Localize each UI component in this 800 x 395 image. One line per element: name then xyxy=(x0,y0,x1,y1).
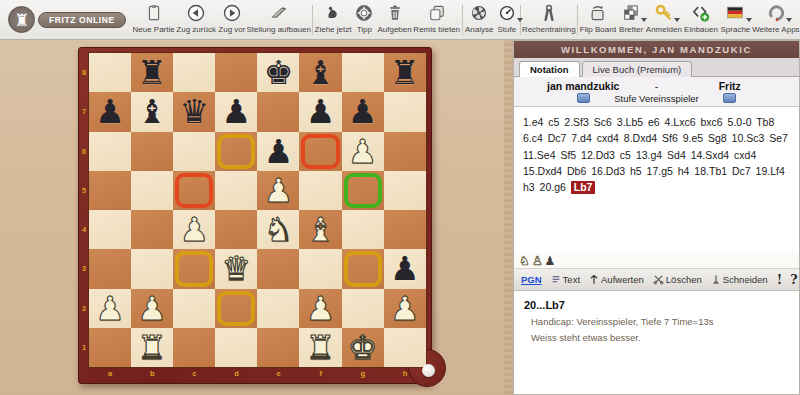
dropdown-caret xyxy=(746,18,752,22)
square-h1[interactable] xyxy=(384,328,426,367)
new-game-button[interactable]: Neue Partie xyxy=(132,3,176,34)
annotation-marks: ! ? !! ?? !? ?! xyxy=(777,272,800,287)
more-apps-button[interactable]: Weitere Apps xyxy=(752,3,800,34)
black-player-name: Fritz xyxy=(667,80,794,92)
square-a6[interactable] xyxy=(89,132,131,171)
square-g5[interactable] xyxy=(342,171,384,210)
black-rook-b8: ♜ xyxy=(131,53,173,92)
square-h7[interactable] xyxy=(384,92,426,131)
notation-panel: WILLKOMMEN, JAN MANDZUKIC Notation Live … xyxy=(513,40,800,395)
cut-button[interactable]: Schneiden xyxy=(711,274,768,285)
square-f7[interactable]: ♟ xyxy=(299,92,341,131)
white-pawn-b2: ♟ xyxy=(131,289,173,328)
square-b4[interactable] xyxy=(131,210,173,249)
calculation-training-icon xyxy=(539,3,559,24)
flip-board-button[interactable]: Flip Board xyxy=(579,3,618,34)
white-king-g1: ♚ xyxy=(342,328,384,367)
square-a1[interactable] xyxy=(89,328,131,367)
panel-tabs: Notation Live Buch (Premium) xyxy=(514,58,799,77)
highlight-d2 xyxy=(217,291,255,326)
white-pawn-g6: ♟ xyxy=(342,132,384,171)
notation-toolbar: PGN Text Aufwerten Löschen Schneiden ! ?… xyxy=(514,269,799,291)
square-h3[interactable]: ♟ xyxy=(384,249,426,288)
square-g2[interactable] xyxy=(342,289,384,328)
square-a2[interactable]: ♟ xyxy=(89,289,131,328)
file-label-e: e xyxy=(258,369,300,381)
square-d7[interactable]: ♟ xyxy=(215,92,257,131)
captured-piece-2: ♟ xyxy=(545,255,556,267)
file-label-g: g xyxy=(342,369,384,381)
captured-pieces-tray: ♘♙♟ xyxy=(514,253,799,269)
panel-splitter[interactable] xyxy=(504,40,513,395)
white-pawn-c4: ♟ xyxy=(173,210,215,249)
square-h5[interactable] xyxy=(384,171,426,210)
black-pawn-h3: ♟ xyxy=(384,249,426,288)
rank-label-3: 3 xyxy=(79,249,89,288)
promote-icon xyxy=(589,274,599,285)
captured-piece-1: ♙ xyxy=(532,255,543,267)
new-game-icon xyxy=(144,3,164,24)
current-move[interactable]: Lb7 xyxy=(571,181,596,194)
white-queen-d3: ♛ xyxy=(215,249,257,288)
rank-label-4: 4 xyxy=(79,210,89,249)
white-knight-e4: ♞ xyxy=(257,210,299,249)
hint-icon xyxy=(354,3,374,24)
square-c2[interactable] xyxy=(173,289,215,328)
square-d5[interactable] xyxy=(215,171,257,210)
black-pawn-g7: ♟ xyxy=(342,92,384,131)
fritz-logo-text: FRITZ ONLINE xyxy=(38,12,126,28)
file-label-b: b xyxy=(131,369,173,381)
delete-button[interactable]: Löschen xyxy=(653,274,702,285)
rank-label-7: 7 xyxy=(79,92,89,131)
dropdown-caret xyxy=(674,18,680,22)
level-icon xyxy=(497,3,517,24)
black-bishop-f8: ♝ xyxy=(299,53,341,92)
black-player-flag-icon[interactable] xyxy=(723,93,736,103)
more-apps-icon xyxy=(766,3,786,24)
square-d8[interactable] xyxy=(215,53,257,92)
file-label-f: f xyxy=(300,369,342,381)
login-button[interactable]: Anmelden xyxy=(645,3,683,34)
square-e3[interactable] xyxy=(257,249,299,288)
delete-icon xyxy=(653,274,664,285)
analysis-button[interactable]: Analyse xyxy=(464,3,495,34)
white-pawn-h2: ♟ xyxy=(384,289,426,328)
mark-good[interactable]: ! xyxy=(777,272,783,287)
file-label-c: c xyxy=(173,369,215,381)
square-e2[interactable] xyxy=(257,289,299,328)
text-button[interactable]: Text xyxy=(551,274,580,285)
mark-mistake[interactable]: ? xyxy=(790,272,797,287)
square-f1[interactable]: ♜ xyxy=(299,328,341,367)
tab-notation[interactable]: Notation xyxy=(519,61,580,78)
fritz-logo-icon: ♜ xyxy=(8,6,35,33)
toolbar-separator xyxy=(577,5,578,35)
moves-text[interactable]: 1.e4 c5 2.Sf3 Sc6 3.Lb5 e6 4.Lxc6 bxc6 5… xyxy=(523,116,788,193)
black-pawn-f7: ♟ xyxy=(299,92,341,131)
highlight-f6 xyxy=(301,134,339,169)
language-icon xyxy=(724,3,746,24)
square-c4[interactable]: ♟ xyxy=(173,210,215,249)
white-rook-f1: ♜ xyxy=(299,328,341,367)
square-e1[interactable] xyxy=(257,328,299,367)
highlight-c5 xyxy=(175,173,213,208)
board-squares: ♜♚♝♜♟♝♛♟♟♟♟♟♟♟♞♝♛♟♟♟♟♟♜♜♚ xyxy=(89,53,426,367)
square-d3[interactable]: ♛ xyxy=(215,249,257,288)
square-d6[interactable] xyxy=(215,132,257,171)
move-list[interactable]: 1.e4 c5 2.Sf3 Sc6 3.Lb5 e6 4.Lxc6 bxc6 5… xyxy=(514,107,799,253)
square-h4[interactable] xyxy=(384,210,426,249)
rank-label-1: 1 xyxy=(79,328,89,367)
square-g4[interactable] xyxy=(342,210,384,249)
square-g7[interactable]: ♟ xyxy=(342,92,384,131)
setup-position-icon xyxy=(269,3,289,24)
square-c5[interactable] xyxy=(173,171,215,210)
app-background: ♜ FRITZ ONLINE Neue Partie Zug zurück xyxy=(0,0,800,395)
white-pawn-e5: ♟ xyxy=(257,171,299,210)
black-queen-c7: ♛ xyxy=(173,92,215,131)
square-f3[interactable] xyxy=(299,249,341,288)
black-king-e8: ♚ xyxy=(257,53,299,92)
square-g3[interactable] xyxy=(342,249,384,288)
white-player-name: jan mandzukic xyxy=(520,80,647,92)
square-d4[interactable] xyxy=(215,210,257,249)
rank-label-5: 5 xyxy=(79,171,89,210)
dropdown-caret xyxy=(786,18,792,22)
level-label: Stufe Vereinsspieler xyxy=(597,93,717,104)
offer-draw-icon xyxy=(427,3,447,24)
rank-label-6: 6 xyxy=(79,132,89,171)
move-now-button[interactable]: Ziehe jetzt xyxy=(314,3,353,34)
file-label-a: a xyxy=(89,369,131,381)
calculation-training-button[interactable]: Rechentraining xyxy=(522,3,576,34)
move-back-button[interactable]: Zug zurück xyxy=(175,3,216,34)
embed-button[interactable]: Einbauen xyxy=(683,3,719,34)
embed-icon xyxy=(691,3,711,24)
toolbar-buttons: Neue Partie Zug zurück Zug vor Stellung … xyxy=(132,0,800,40)
square-e8[interactable]: ♚ xyxy=(257,53,299,92)
square-f5[interactable] xyxy=(299,171,341,210)
toolbar-separator xyxy=(462,5,463,35)
level-button[interactable]: Stufe xyxy=(495,3,519,34)
square-a3[interactable] xyxy=(89,249,131,288)
white-pawn-a2: ♟ xyxy=(89,289,131,328)
square-a8[interactable] xyxy=(89,53,131,92)
comment-handicap: Handicap: Vereinsspieler, Tiefe 7 Time=1… xyxy=(531,316,789,327)
rank-label-2: 2 xyxy=(79,289,89,328)
square-c3[interactable] xyxy=(173,249,215,288)
square-b8[interactable]: ♜ xyxy=(131,53,173,92)
highlight-d6 xyxy=(217,134,255,169)
players-header: jan mandzukic - Fritz Stufe Vereinsspiel… xyxy=(514,77,799,107)
players-separator: - xyxy=(647,80,667,92)
setup-position-button[interactable]: Stellung aufbauen xyxy=(247,3,311,34)
flip-board-icon xyxy=(588,3,608,24)
square-a7[interactable]: ♟ xyxy=(89,92,131,131)
resign-icon xyxy=(385,3,405,24)
square-b1[interactable]: ♜ xyxy=(131,328,173,367)
black-pawn-d7: ♟ xyxy=(215,92,257,131)
board-frame: ♜♚♝♜♟♝♛♟♟♟♟♟♟♟♞♝♛♟♟♟♟♟♜♜♚ 87654321 abcde… xyxy=(78,47,432,384)
square-g1[interactable]: ♚ xyxy=(342,328,384,367)
black-bishop-b7: ♝ xyxy=(131,92,173,131)
chess-board: ♜♚♝♜♟♝♛♟♟♟♟♟♟♟♞♝♛♟♟♟♟♟♜♜♚ 87654321 abcde… xyxy=(78,47,432,384)
square-b7[interactable]: ♝ xyxy=(131,92,173,131)
rank-label-8: 8 xyxy=(79,53,89,92)
white-pawn-f2: ♟ xyxy=(299,289,341,328)
promote-button[interactable]: Aufwerten xyxy=(589,274,644,285)
square-h2[interactable]: ♟ xyxy=(384,289,426,328)
analysis-icon xyxy=(469,3,489,24)
square-h8[interactable]: ♜ xyxy=(384,53,426,92)
boards-button[interactable]: Bretter xyxy=(617,3,644,34)
highlight-g5 xyxy=(344,173,382,208)
move-forward-button[interactable]: Zug vor xyxy=(217,3,247,34)
black-rook-h8: ♜ xyxy=(384,53,426,92)
move-back-icon xyxy=(186,3,206,24)
square-f8[interactable]: ♝ xyxy=(299,53,341,92)
file-labels: abcdefgh xyxy=(89,369,426,381)
black-pawn-a7: ♟ xyxy=(89,92,131,131)
square-g6[interactable]: ♟ xyxy=(342,132,384,171)
square-b2[interactable]: ♟ xyxy=(131,289,173,328)
language-button[interactable]: Sprache xyxy=(719,3,752,34)
comment-area: 20...Lb7 Handicap: Vereinsspieler, Tiefe… xyxy=(514,291,799,394)
file-label-h: h xyxy=(384,369,426,381)
offer-draw-button[interactable]: Remis bieten xyxy=(413,3,461,34)
dropdown-caret xyxy=(641,18,647,22)
login-icon xyxy=(654,3,674,24)
square-a5[interactable] xyxy=(89,171,131,210)
square-b6[interactable] xyxy=(131,132,173,171)
square-c8[interactable] xyxy=(173,53,215,92)
square-d1[interactable] xyxy=(215,328,257,367)
highlight-g3 xyxy=(344,251,382,286)
white-player-flag-icon[interactable] xyxy=(577,93,590,103)
fritz-online-logo: ♜ FRITZ ONLINE xyxy=(0,0,132,40)
highlight-c3 xyxy=(175,251,213,286)
tab-live-buch[interactable]: Live Buch (Premium) xyxy=(582,61,693,78)
square-g8[interactable] xyxy=(342,53,384,92)
rank-labels: 87654321 xyxy=(79,53,89,367)
square-e6[interactable]: ♟ xyxy=(257,132,299,171)
square-f6[interactable] xyxy=(299,132,341,171)
welcome-bar: WILLKOMMEN, JAN MANDZUKIC xyxy=(514,41,799,58)
square-e4[interactable]: ♞ xyxy=(257,210,299,249)
hint-button[interactable]: Tipp xyxy=(352,3,376,34)
square-f2[interactable]: ♟ xyxy=(299,289,341,328)
square-e7[interactable] xyxy=(257,92,299,131)
captured-piece-0: ♘ xyxy=(519,255,530,267)
white-bishop-f4: ♝ xyxy=(299,210,341,249)
file-label-d: d xyxy=(215,369,257,381)
square-c7[interactable]: ♛ xyxy=(173,92,215,131)
square-d2[interactable] xyxy=(215,289,257,328)
move-forward-icon xyxy=(222,3,242,24)
pgn-link[interactable]: PGN xyxy=(521,274,542,285)
square-f4[interactable]: ♝ xyxy=(299,210,341,249)
text-icon xyxy=(551,275,561,285)
square-a4[interactable] xyxy=(89,210,131,249)
white-rook-b1: ♜ xyxy=(131,328,173,367)
cut-icon xyxy=(711,274,721,285)
main-toolbar: ♜ FRITZ ONLINE Neue Partie Zug zurück xyxy=(0,0,800,40)
comment-evaluation: Weiss steht etwas besser. xyxy=(531,332,789,343)
square-e5[interactable]: ♟ xyxy=(257,171,299,210)
resign-button[interactable]: Aufgeben xyxy=(376,3,413,34)
square-h6[interactable] xyxy=(384,132,426,171)
square-c6[interactable] xyxy=(173,132,215,171)
square-b3[interactable] xyxy=(131,249,173,288)
move-now-icon xyxy=(323,3,343,24)
square-c1[interactable] xyxy=(173,328,215,367)
square-b5[interactable] xyxy=(131,171,173,210)
toolbar-separator xyxy=(312,5,313,35)
dropdown-caret xyxy=(517,18,523,22)
black-pawn-e6: ♟ xyxy=(257,132,299,171)
comment-move: 20...Lb7 xyxy=(524,299,789,311)
boards-icon xyxy=(621,3,641,24)
